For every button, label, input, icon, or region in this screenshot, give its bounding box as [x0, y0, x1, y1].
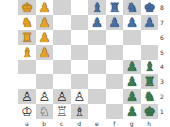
orange-pawn-icon: ♟ [38, 15, 50, 28]
square-b3[interactable] [36, 74, 54, 89]
square-h5[interactable] [141, 45, 159, 60]
file-labels: abcdefgh [18, 119, 158, 127]
square-g7[interactable]: ♟ [123, 15, 141, 30]
square-e4[interactable] [88, 60, 106, 75]
rank-label-8: 8 [158, 0, 170, 15]
white-king-icon: ♔ [21, 105, 33, 118]
square-h7[interactable]: ♟ [141, 15, 159, 30]
blue-rook-icon: ♜ [108, 0, 120, 13]
square-c7[interactable] [53, 15, 71, 30]
green-pawn-icon: ♟ [126, 105, 138, 118]
square-e1[interactable] [88, 104, 106, 119]
square-b4[interactable] [36, 60, 54, 75]
orange-pawn-icon: ♟ [38, 30, 50, 43]
square-d2[interactable]: ♙ [71, 89, 89, 104]
square-a6[interactable]: ♜ [18, 30, 36, 45]
orange-knight-icon: ♞ [21, 15, 33, 28]
rank-label-4: 4 [158, 60, 170, 75]
square-e8[interactable]: ♝ [88, 0, 106, 15]
white-bishop-icon: ♗ [73, 105, 85, 118]
square-e7[interactable]: ♟ [88, 15, 106, 30]
blue-pawn-icon: ♟ [91, 15, 103, 28]
square-c6[interactable] [53, 30, 71, 45]
green-pawn-icon: ♟ [126, 90, 138, 103]
chess-app-viewport: ♚♟♝♜♞♚♞♟♟♟♟♟♜♟♝♟♟♝♟♜♙♙♙♙♟♞♔♘♖♗♟♚ 8765432… [0, 0, 170, 127]
square-c5[interactable] [53, 45, 71, 60]
square-g1[interactable]: ♟ [123, 104, 141, 119]
square-f4[interactable] [106, 60, 124, 75]
orange-king-icon: ♚ [21, 0, 33, 13]
green-pawn-icon: ♟ [126, 75, 138, 88]
blue-knight-icon: ♞ [126, 0, 138, 13]
square-b8[interactable]: ♟ [36, 0, 54, 15]
blue-pawn-icon: ♟ [108, 15, 120, 28]
white-pawn-icon: ♙ [38, 90, 50, 103]
square-a1[interactable]: ♔ [18, 104, 36, 119]
square-f3[interactable] [106, 74, 124, 89]
square-a8[interactable]: ♚ [18, 0, 36, 15]
square-h6[interactable] [141, 30, 159, 45]
rank-label-5: 5 [158, 45, 170, 60]
square-d6[interactable] [71, 30, 89, 45]
square-b6[interactable]: ♟ [36, 30, 54, 45]
green-pawn-icon: ♟ [126, 60, 138, 73]
white-pawn-icon: ♙ [56, 90, 68, 103]
square-d8[interactable] [71, 0, 89, 15]
square-f1[interactable] [106, 104, 124, 119]
white-rook-icon: ♖ [56, 105, 68, 118]
file-label-g: g [123, 119, 141, 127]
square-h1[interactable]: ♚ [141, 104, 159, 119]
square-a5[interactable]: ♝ [18, 45, 36, 60]
square-b2[interactable]: ♙ [36, 89, 54, 104]
square-g4[interactable]: ♟ [123, 60, 141, 75]
square-b7[interactable]: ♟ [36, 15, 54, 30]
white-pawn-icon: ♙ [73, 90, 85, 103]
rank-label-3: 3 [158, 74, 170, 89]
square-e5[interactable] [88, 45, 106, 60]
file-label-a: a [18, 119, 36, 127]
rank-labels: 87654321 [158, 0, 170, 119]
square-h3[interactable]: ♜ [141, 74, 159, 89]
square-h8[interactable]: ♚ [141, 0, 159, 15]
square-a4[interactable] [18, 60, 36, 75]
square-c4[interactable] [53, 60, 71, 75]
square-e3[interactable] [88, 74, 106, 89]
blue-pawn-icon: ♟ [143, 15, 155, 28]
blue-pawn-icon: ♟ [126, 15, 138, 28]
white-knight-icon: ♘ [38, 105, 50, 118]
square-a7[interactable]: ♞ [18, 15, 36, 30]
file-label-e: e [88, 119, 106, 127]
square-g8[interactable]: ♞ [123, 0, 141, 15]
file-label-d: d [71, 119, 89, 127]
square-a3[interactable] [18, 74, 36, 89]
square-e2[interactable] [88, 89, 106, 104]
green-king-icon: ♚ [143, 105, 155, 118]
file-label-f: f [106, 119, 124, 127]
square-a2[interactable]: ♙ [18, 89, 36, 104]
square-e6[interactable] [88, 30, 106, 45]
rank-label-1: 1 [158, 104, 170, 119]
square-f6[interactable] [106, 30, 124, 45]
square-g5[interactable] [123, 45, 141, 60]
rank-label-2: 2 [158, 89, 170, 104]
file-label-b: b [36, 119, 54, 127]
orange-pawn-icon: ♟ [38, 0, 50, 13]
square-d4[interactable] [71, 60, 89, 75]
white-pawn-icon: ♙ [21, 90, 33, 103]
square-g2[interactable]: ♟ [123, 89, 141, 104]
rank-label-6: 6 [158, 30, 170, 45]
orange-bishop-icon: ♝ [21, 45, 33, 58]
rank-label-7: 7 [158, 15, 170, 30]
chess-board: ♚♟♝♜♞♚♞♟♟♟♟♟♜♟♝♟♟♝♟♜♙♙♙♙♟♞♔♘♖♗♟♚ [18, 0, 158, 119]
green-knight-icon: ♞ [143, 90, 155, 103]
square-h4[interactable]: ♝ [141, 60, 159, 75]
file-label-c: c [53, 119, 71, 127]
square-f2[interactable] [106, 89, 124, 104]
blue-bishop-icon: ♝ [91, 0, 103, 13]
square-c8[interactable] [53, 0, 71, 15]
square-d7[interactable] [71, 15, 89, 30]
square-h2[interactable]: ♞ [141, 89, 159, 104]
square-f5[interactable] [106, 45, 124, 60]
square-c3[interactable] [53, 74, 71, 89]
square-g6[interactable] [123, 30, 141, 45]
square-d3[interactable] [71, 74, 89, 89]
square-d1[interactable]: ♗ [71, 104, 89, 119]
square-g3[interactable]: ♟ [123, 74, 141, 89]
file-label-h: h [141, 119, 159, 127]
square-d5[interactable] [71, 45, 89, 60]
square-c1[interactable]: ♖ [53, 104, 71, 119]
orange-rook-icon: ♜ [21, 30, 33, 43]
square-b5[interactable]: ♟ [36, 45, 54, 60]
square-b1[interactable]: ♘ [36, 104, 54, 119]
green-bishop-icon: ♝ [143, 60, 155, 73]
square-f7[interactable]: ♟ [106, 15, 124, 30]
square-c2[interactable]: ♙ [53, 89, 71, 104]
orange-pawn-icon: ♟ [38, 45, 50, 58]
blue-king-icon: ♚ [143, 0, 155, 13]
square-f8[interactable]: ♜ [106, 0, 124, 15]
green-rook-icon: ♜ [143, 75, 155, 88]
